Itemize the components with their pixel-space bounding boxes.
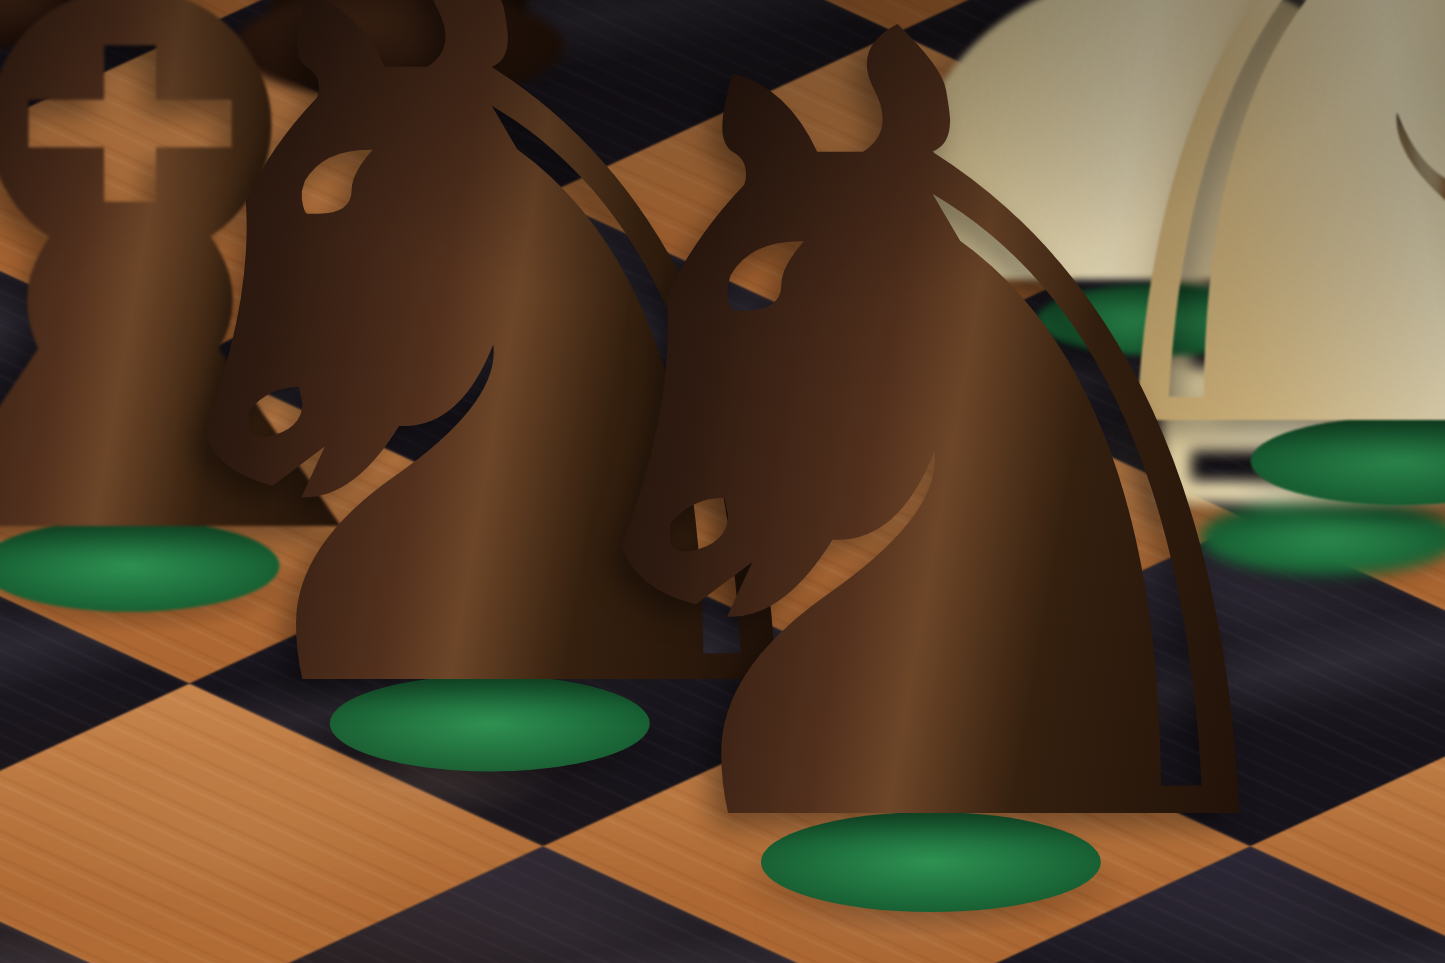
dark-knight-right-glyph: ♞ xyxy=(446,8,1414,872)
chessboard-photo-scene: ♛♟♞♝♞♞ xyxy=(0,0,1445,963)
pieces-layer: ♛♟♞♝♞♞ xyxy=(0,0,1445,963)
piece-dark-knight-right[interactable]: ♞ xyxy=(446,8,1414,872)
